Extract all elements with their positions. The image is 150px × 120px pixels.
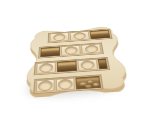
- slide-track-1: [48, 29, 113, 44]
- slider-tile[interactable]: [56, 78, 75, 91]
- finger-dimple: [64, 46, 77, 55]
- empty-compartment: [90, 30, 111, 39]
- slide-track-4: [33, 74, 103, 94]
- puzzle-board: [20, 23, 135, 98]
- finger-dimple: [38, 80, 53, 91]
- treat-compartment-open: [75, 76, 101, 90]
- treat-kibble: [92, 82, 99, 86]
- slider-tile[interactable]: [77, 59, 98, 71]
- finger-dimple: [80, 60, 95, 70]
- product-photo: [0, 0, 150, 120]
- slider-tile[interactable]: [36, 62, 56, 74]
- treat-kibble: [85, 84, 92, 88]
- finger-dimple: [58, 79, 73, 90]
- slider-tile[interactable]: [61, 45, 81, 56]
- empty-compartment: [40, 47, 60, 58]
- finger-dimple: [39, 63, 53, 73]
- slide-tracks: [20, 23, 135, 98]
- slide-track-2: [38, 42, 104, 58]
- slide-track-3: [34, 57, 111, 75]
- finger-dimple: [73, 32, 86, 40]
- empty-compartment: [57, 60, 77, 72]
- finger-dimple: [84, 45, 98, 54]
- slider-tile[interactable]: [70, 31, 90, 40]
- slider-tile[interactable]: [81, 44, 102, 54]
- finger-dimple: [53, 33, 65, 41]
- empty-compartment: [98, 58, 108, 69]
- slider-tile[interactable]: [50, 33, 70, 43]
- slider-tile[interactable]: [36, 79, 55, 92]
